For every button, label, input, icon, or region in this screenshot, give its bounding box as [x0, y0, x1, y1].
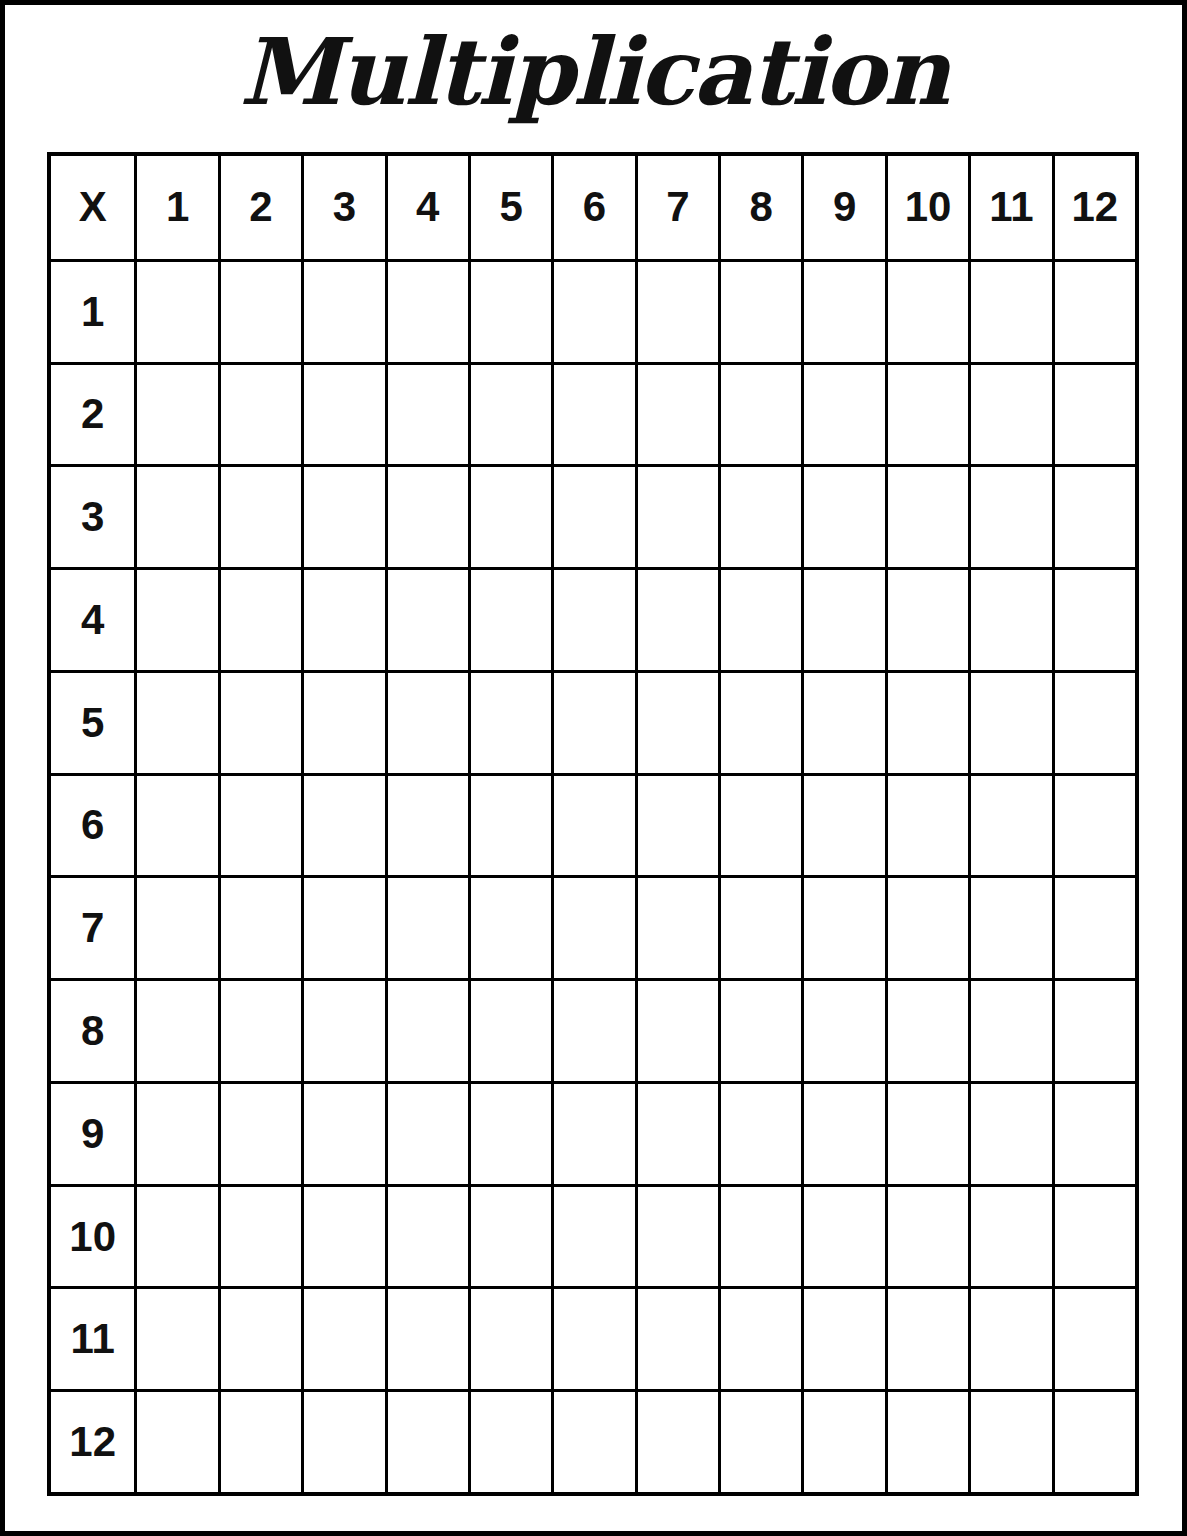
- row-header-5: 5: [51, 670, 134, 773]
- answer-cell-r3-c3: [301, 464, 384, 567]
- answer-cell-r12-c7: [635, 1389, 718, 1492]
- answer-cell-r1-c2: [218, 259, 301, 362]
- answer-cell-r5-c5: [468, 670, 551, 773]
- answer-cell-r10-c8: [718, 1184, 801, 1287]
- answer-cell-r4-c4: [385, 567, 468, 670]
- multiplication-grid: X123456789101112123456789101112: [47, 152, 1139, 1496]
- answer-cell-r2-c11: [968, 362, 1051, 465]
- answer-cell-r1-c8: [718, 259, 801, 362]
- answer-cell-r1-c3: [301, 259, 384, 362]
- answer-cell-r2-c7: [635, 362, 718, 465]
- answer-cell-r7-c11: [968, 875, 1051, 978]
- col-header-6: 6: [551, 156, 634, 259]
- answer-cell-r4-c6: [551, 567, 634, 670]
- answer-cell-r4-c12: [1052, 567, 1135, 670]
- row-header-8: 8: [51, 978, 134, 1081]
- row-header-7: 7: [51, 875, 134, 978]
- row-header-6: 6: [51, 773, 134, 876]
- answer-cell-r9-c4: [385, 1081, 468, 1184]
- answer-cell-r8-c8: [718, 978, 801, 1081]
- answer-cell-r6-c6: [551, 773, 634, 876]
- answer-cell-r10-c9: [801, 1184, 884, 1287]
- answer-cell-r2-c5: [468, 362, 551, 465]
- answer-cell-r11-c8: [718, 1286, 801, 1389]
- answer-cell-r1-c1: [134, 259, 217, 362]
- answer-cell-r3-c9: [801, 464, 884, 567]
- answer-cell-r6-c4: [385, 773, 468, 876]
- answer-cell-r6-c9: [801, 773, 884, 876]
- row-header-1: 1: [51, 259, 134, 362]
- answer-cell-r8-c10: [885, 978, 968, 1081]
- row-header-11: 11: [51, 1286, 134, 1389]
- answer-cell-r9-c11: [968, 1081, 1051, 1184]
- answer-cell-r10-c2: [218, 1184, 301, 1287]
- answer-cell-r8-c4: [385, 978, 468, 1081]
- answer-cell-r7-c12: [1052, 875, 1135, 978]
- answer-cell-r9-c10: [885, 1081, 968, 1184]
- answer-cell-r7-c8: [718, 875, 801, 978]
- row-header-12: 12: [51, 1389, 134, 1492]
- answer-cell-r3-c8: [718, 464, 801, 567]
- answer-cell-r12-c9: [801, 1389, 884, 1492]
- col-header-10: 10: [885, 156, 968, 259]
- answer-cell-r6-c3: [301, 773, 384, 876]
- answer-cell-r2-c9: [801, 362, 884, 465]
- answer-cell-r6-c7: [635, 773, 718, 876]
- answer-cell-r4-c9: [801, 567, 884, 670]
- answer-cell-r6-c8: [718, 773, 801, 876]
- answer-cell-r3-c11: [968, 464, 1051, 567]
- answer-cell-r6-c5: [468, 773, 551, 876]
- answer-cell-r10-c3: [301, 1184, 384, 1287]
- answer-cell-r1-c7: [635, 259, 718, 362]
- answer-cell-r6-c2: [218, 773, 301, 876]
- col-header-9: 9: [801, 156, 884, 259]
- answer-cell-r2-c4: [385, 362, 468, 465]
- answer-cell-r10-c10: [885, 1184, 968, 1287]
- answer-cell-r11-c10: [885, 1286, 968, 1389]
- col-header-12: 12: [1052, 156, 1135, 259]
- col-header-5: 5: [468, 156, 551, 259]
- col-header-3: 3: [301, 156, 384, 259]
- answer-cell-r12-c11: [968, 1389, 1051, 1492]
- answer-cell-r3-c10: [885, 464, 968, 567]
- answer-cell-r7-c7: [635, 875, 718, 978]
- answer-cell-r8-c9: [801, 978, 884, 1081]
- answer-cell-r12-c3: [301, 1389, 384, 1492]
- answer-cell-r3-c7: [635, 464, 718, 567]
- answer-cell-r9-c2: [218, 1081, 301, 1184]
- answer-cell-r10-c1: [134, 1184, 217, 1287]
- answer-cell-r11-c12: [1052, 1286, 1135, 1389]
- answer-cell-r3-c12: [1052, 464, 1135, 567]
- answer-cell-r3-c4: [385, 464, 468, 567]
- answer-cell-r12-c12: [1052, 1389, 1135, 1492]
- answer-cell-r2-c2: [218, 362, 301, 465]
- answer-cell-r8-c3: [301, 978, 384, 1081]
- answer-cell-r7-c9: [801, 875, 884, 978]
- answer-cell-r10-c7: [635, 1184, 718, 1287]
- answer-cell-r5-c12: [1052, 670, 1135, 773]
- answer-cell-r8-c2: [218, 978, 301, 1081]
- row-header-3: 3: [51, 464, 134, 567]
- worksheet-page: Multiplication X123456789101112123456789…: [0, 0, 1187, 1536]
- answer-cell-r3-c5: [468, 464, 551, 567]
- answer-cell-r1-c12: [1052, 259, 1135, 362]
- row-header-4: 4: [51, 567, 134, 670]
- answer-cell-r8-c1: [134, 978, 217, 1081]
- col-header-8: 8: [718, 156, 801, 259]
- worksheet-title: Multiplication: [5, 7, 1182, 137]
- answer-cell-r9-c6: [551, 1081, 634, 1184]
- answer-cell-r11-c5: [468, 1286, 551, 1389]
- answer-cell-r10-c12: [1052, 1184, 1135, 1287]
- answer-cell-r2-c3: [301, 362, 384, 465]
- answer-cell-r12-c5: [468, 1389, 551, 1492]
- answer-cell-r4-c8: [718, 567, 801, 670]
- answer-cell-r4-c11: [968, 567, 1051, 670]
- answer-cell-r11-c7: [635, 1286, 718, 1389]
- answer-cell-r3-c2: [218, 464, 301, 567]
- answer-cell-r12-c8: [718, 1389, 801, 1492]
- col-header-2: 2: [218, 156, 301, 259]
- answer-cell-r9-c7: [635, 1081, 718, 1184]
- answer-cell-r11-c6: [551, 1286, 634, 1389]
- answer-cell-r3-c6: [551, 464, 634, 567]
- answer-cell-r8-c5: [468, 978, 551, 1081]
- answer-cell-r5-c1: [134, 670, 217, 773]
- answer-cell-r7-c10: [885, 875, 968, 978]
- row-header-10: 10: [51, 1184, 134, 1287]
- answer-cell-r2-c6: [551, 362, 634, 465]
- answer-cell-r7-c6: [551, 875, 634, 978]
- answer-cell-r12-c2: [218, 1389, 301, 1492]
- answer-cell-r12-c4: [385, 1389, 468, 1492]
- answer-cell-r1-c10: [885, 259, 968, 362]
- answer-cell-r5-c8: [718, 670, 801, 773]
- answer-cell-r5-c7: [635, 670, 718, 773]
- col-header-11: 11: [968, 156, 1051, 259]
- answer-cell-r8-c6: [551, 978, 634, 1081]
- answer-cell-r7-c2: [218, 875, 301, 978]
- answer-cell-r8-c12: [1052, 978, 1135, 1081]
- answer-cell-r4-c7: [635, 567, 718, 670]
- row-header-9: 9: [51, 1081, 134, 1184]
- answer-cell-r12-c10: [885, 1389, 968, 1492]
- answer-cell-r9-c9: [801, 1081, 884, 1184]
- answer-cell-r4-c10: [885, 567, 968, 670]
- answer-cell-r10-c4: [385, 1184, 468, 1287]
- answer-cell-r6-c12: [1052, 773, 1135, 876]
- answer-cell-r5-c10: [885, 670, 968, 773]
- answer-cell-r9-c1: [134, 1081, 217, 1184]
- answer-cell-r4-c5: [468, 567, 551, 670]
- answer-cell-r5-c6: [551, 670, 634, 773]
- answer-cell-r10-c6: [551, 1184, 634, 1287]
- answer-cell-r9-c8: [718, 1081, 801, 1184]
- answer-cell-r7-c3: [301, 875, 384, 978]
- answer-cell-r11-c1: [134, 1286, 217, 1389]
- answer-cell-r1-c6: [551, 259, 634, 362]
- answer-cell-r4-c2: [218, 567, 301, 670]
- answer-cell-r11-c2: [218, 1286, 301, 1389]
- col-header-4: 4: [385, 156, 468, 259]
- row-header-2: 2: [51, 362, 134, 465]
- answer-cell-r2-c10: [885, 362, 968, 465]
- answer-cell-r9-c3: [301, 1081, 384, 1184]
- answer-cell-r1-c4: [385, 259, 468, 362]
- answer-cell-r7-c1: [134, 875, 217, 978]
- answer-cell-r6-c11: [968, 773, 1051, 876]
- answer-cell-r1-c5: [468, 259, 551, 362]
- answer-cell-r2-c12: [1052, 362, 1135, 465]
- answer-cell-r12-c6: [551, 1389, 634, 1492]
- answer-cell-r11-c4: [385, 1286, 468, 1389]
- answer-cell-r1-c9: [801, 259, 884, 362]
- answer-cell-r6-c1: [134, 773, 217, 876]
- answer-cell-r2-c1: [134, 362, 217, 465]
- answer-cell-r10-c11: [968, 1184, 1051, 1287]
- answer-cell-r2-c8: [718, 362, 801, 465]
- answer-cell-r8-c11: [968, 978, 1051, 1081]
- answer-cell-r12-c1: [134, 1389, 217, 1492]
- answer-cell-r11-c3: [301, 1286, 384, 1389]
- answer-cell-r10-c5: [468, 1184, 551, 1287]
- answer-cell-r6-c10: [885, 773, 968, 876]
- answer-cell-r5-c9: [801, 670, 884, 773]
- answer-cell-r5-c11: [968, 670, 1051, 773]
- answer-cell-r7-c4: [385, 875, 468, 978]
- answer-cell-r9-c5: [468, 1081, 551, 1184]
- multiply-symbol-cell: X: [51, 156, 134, 259]
- answer-cell-r9-c12: [1052, 1081, 1135, 1184]
- answer-cell-r1-c11: [968, 259, 1051, 362]
- answer-cell-r4-c3: [301, 567, 384, 670]
- col-header-7: 7: [635, 156, 718, 259]
- answer-cell-r11-c11: [968, 1286, 1051, 1389]
- answer-cell-r5-c3: [301, 670, 384, 773]
- answer-cell-r5-c2: [218, 670, 301, 773]
- answer-cell-r4-c1: [134, 567, 217, 670]
- answer-cell-r8-c7: [635, 978, 718, 1081]
- answer-cell-r7-c5: [468, 875, 551, 978]
- col-header-1: 1: [134, 156, 217, 259]
- answer-cell-r5-c4: [385, 670, 468, 773]
- answer-cell-r11-c9: [801, 1286, 884, 1389]
- answer-cell-r3-c1: [134, 464, 217, 567]
